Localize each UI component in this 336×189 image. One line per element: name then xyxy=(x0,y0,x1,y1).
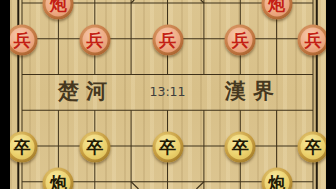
piece-red-soldier[interactable]: 兵 xyxy=(152,24,183,55)
piece-glyph: 卒 xyxy=(159,139,176,156)
piece-glyph: 兵 xyxy=(305,32,322,49)
piece-black-soldier[interactable]: 卒 xyxy=(7,132,38,163)
piece-face: 兵 xyxy=(82,27,107,52)
piece-black-soldier[interactable]: 卒 xyxy=(79,132,110,163)
piece-black-soldier[interactable]: 卒 xyxy=(298,132,329,163)
piece-face: 卒 xyxy=(155,135,180,160)
piece-face: 兵 xyxy=(155,27,180,52)
river-label-han-jie: 漢界 xyxy=(225,79,281,103)
piece-face: 炮 xyxy=(46,170,71,189)
piece-face: 兵 xyxy=(228,27,253,52)
piece-face: 炮 xyxy=(264,170,289,189)
xiangqi-app: 楚河 13:11 漢界 炮炮兵兵兵兵兵卒卒卒卒卒炮炮 xyxy=(0,0,336,189)
piece-glyph: 炮 xyxy=(268,0,285,13)
piece-face: 兵 xyxy=(301,27,326,52)
piece-red-soldier[interactable]: 兵 xyxy=(225,24,256,55)
piece-red-soldier[interactable]: 兵 xyxy=(298,24,329,55)
piece-red-soldier[interactable]: 兵 xyxy=(79,24,110,55)
piece-glyph: 兵 xyxy=(86,32,103,49)
piece-glyph: 卒 xyxy=(86,139,103,156)
right-black-bar xyxy=(326,0,336,189)
game-timer: 13:11 xyxy=(149,85,185,98)
river-label-chu-he: 楚河 xyxy=(58,79,114,103)
piece-glyph: 卒 xyxy=(232,139,249,156)
piece-red-soldier[interactable]: 兵 xyxy=(7,24,38,55)
piece-glyph: 卒 xyxy=(305,139,322,156)
piece-face: 卒 xyxy=(301,135,326,160)
piece-face: 卒 xyxy=(228,135,253,160)
piece-glyph: 炮 xyxy=(50,175,67,189)
piece-face: 卒 xyxy=(10,135,35,160)
piece-glyph: 卒 xyxy=(14,139,31,156)
piece-glyph: 炮 xyxy=(50,0,67,13)
left-black-bar xyxy=(0,0,10,189)
piece-face: 兵 xyxy=(10,27,35,52)
piece-black-soldier[interactable]: 卒 xyxy=(152,132,183,163)
piece-black-soldier[interactable]: 卒 xyxy=(225,132,256,163)
piece-face: 卒 xyxy=(82,135,107,160)
piece-glyph: 兵 xyxy=(159,32,176,49)
piece-face: 炮 xyxy=(264,0,289,17)
piece-glyph: 兵 xyxy=(14,32,31,49)
piece-glyph: 兵 xyxy=(232,32,249,49)
piece-face: 炮 xyxy=(46,0,71,17)
piece-glyph: 炮 xyxy=(268,175,285,189)
